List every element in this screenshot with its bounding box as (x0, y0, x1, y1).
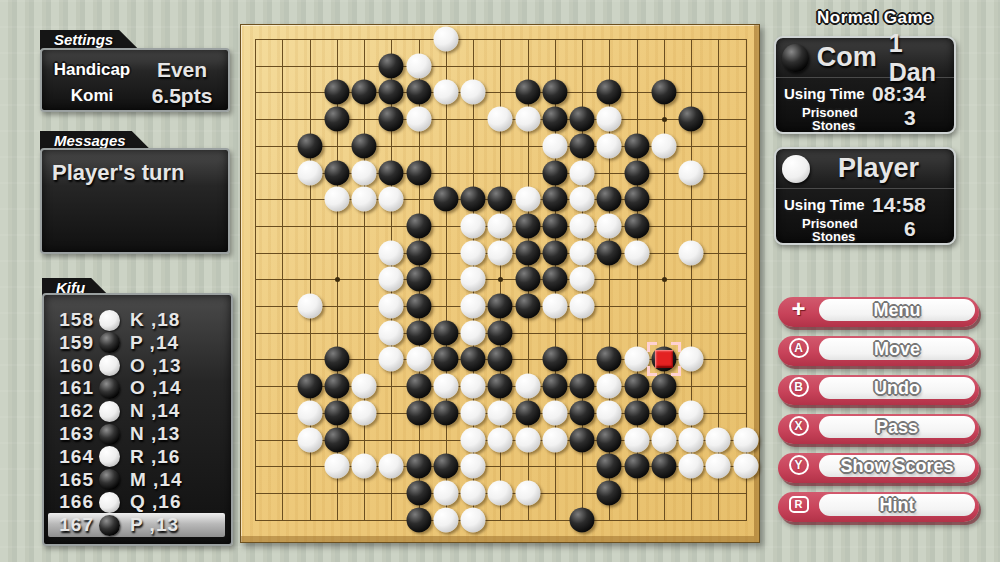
player-header: Player (776, 149, 954, 189)
black-stone: ● (488, 187, 513, 212)
white-stone: ○ (515, 374, 540, 399)
r-button-icon: R (789, 496, 809, 513)
white-stone: ○ (570, 267, 595, 292)
kifu-move-row: 163N ,13 (48, 422, 225, 446)
com-rank: 1 Dan (889, 29, 954, 87)
white-stone: ○ (379, 347, 404, 372)
white-stone: ○ (733, 427, 758, 452)
kifu-black-stone-icon (99, 332, 120, 353)
kifu-move-coord: R ,16 (130, 446, 180, 468)
black-stone: ● (461, 347, 486, 372)
kifu-black-stone-icon (99, 424, 120, 445)
black-stone: ● (515, 80, 540, 105)
black-stone: ● (406, 267, 431, 292)
kifu-move-number: 165 (48, 469, 94, 491)
black-stone: ● (379, 53, 404, 78)
white-stone: ○ (461, 213, 486, 238)
kifu-move-row: 164R ,16 (48, 445, 225, 469)
black-stone: ● (406, 507, 431, 532)
white-stone: ○ (379, 294, 404, 319)
messages-panel: Player's turn (40, 148, 230, 254)
button-label: Pass (876, 417, 918, 438)
white-stone: ○ (297, 427, 322, 452)
white-stone: ○ (488, 480, 513, 505)
star-point (662, 277, 667, 282)
white-stone: ○ (488, 427, 513, 452)
star-point (662, 117, 667, 122)
white-stone: ○ (542, 427, 567, 452)
move-button[interactable]: AMove (778, 336, 979, 366)
black-stone: ● (651, 454, 676, 479)
white-stone: ○ (733, 454, 758, 479)
a-button-icon: A (789, 338, 809, 358)
black-stone: ● (542, 80, 567, 105)
handicap-value: Even (142, 58, 222, 82)
white-stone: ○ (297, 160, 322, 185)
black-stone: ● (570, 427, 595, 452)
kifu-move-row: 159P ,14 (48, 331, 225, 355)
black-stone: ● (542, 160, 567, 185)
black-stone: ● (597, 80, 622, 105)
button-label: Undo (874, 378, 920, 399)
black-stone: ● (542, 107, 567, 132)
white-stone: ○ (352, 374, 377, 399)
white-stone: ○ (461, 374, 486, 399)
white-stone: ○ (515, 427, 540, 452)
y-button-icon: Y (789, 455, 809, 475)
black-stone: ● (542, 267, 567, 292)
white-stone: ○ (488, 107, 513, 132)
kifu-white-stone-icon (99, 355, 120, 376)
kifu-move-coord: P ,14 (130, 332, 179, 354)
white-stone: ○ (461, 240, 486, 265)
white-stone: ○ (461, 294, 486, 319)
black-stone: ● (624, 454, 649, 479)
white-stone: ○ (406, 53, 431, 78)
white-stone: ○ (679, 160, 704, 185)
black-stone: ● (515, 240, 540, 265)
white-stone: ○ (461, 400, 486, 425)
black-stone: ● (488, 294, 513, 319)
grid-line-horizontal (255, 520, 747, 521)
black-stone: ● (570, 133, 595, 158)
black-stone: ● (324, 400, 349, 425)
kifu-move-row: 161O ,14 (48, 376, 225, 400)
white-stone: ○ (461, 507, 486, 532)
kifu-black-stone-icon (99, 469, 120, 490)
white-stone: ○ (542, 400, 567, 425)
white-stone: ○ (624, 240, 649, 265)
white-stone: ○ (297, 294, 322, 319)
kifu-move-coord: Q ,16 (130, 491, 181, 513)
black-stone: ● (542, 187, 567, 212)
kifu-move-coord: O ,14 (130, 377, 181, 399)
black-stone: ● (324, 374, 349, 399)
black-stone: ● (433, 454, 458, 479)
player-name: Player (838, 153, 919, 184)
black-stone: ● (624, 374, 649, 399)
white-stone: ○ (324, 454, 349, 479)
kifu-white-stone-icon (99, 446, 120, 467)
player-white-stone-icon (782, 155, 810, 183)
kifu-white-stone-icon (99, 401, 120, 422)
kifu-move-row: 165M ,14 (48, 468, 225, 492)
black-stone: ● (488, 374, 513, 399)
white-stone: ○ (488, 213, 513, 238)
white-stone: ○ (570, 160, 595, 185)
black-stone: ● (624, 400, 649, 425)
white-stone: ○ (679, 454, 704, 479)
handicap-label: Handicap (42, 60, 142, 80)
black-stone: ● (570, 374, 595, 399)
go-board[interactable]: ○●○●●●●○○●●●●●●○○○●●○●●●○●○●○○●○●●●○●○○○… (240, 24, 760, 543)
white-stone: ○ (379, 240, 404, 265)
white-stone: ○ (515, 480, 540, 505)
black-stone: ● (651, 80, 676, 105)
black-stone: ● (324, 160, 349, 185)
white-stone: ○ (352, 454, 377, 479)
white-stone: ○ (324, 187, 349, 212)
button-label: Show Scores (840, 456, 953, 477)
black-stone: ● (406, 454, 431, 479)
kifu-move-coord: P ,13 (130, 514, 179, 536)
white-stone: ○ (542, 133, 567, 158)
white-stone: ○ (570, 213, 595, 238)
black-stone: ● (324, 80, 349, 105)
kifu-move-coord: K ,18 (130, 309, 180, 331)
kifu-move-number: 161 (48, 377, 94, 399)
kifu-move-coord: N ,13 (130, 423, 180, 445)
white-stone: ○ (461, 80, 486, 105)
black-stone: ● (352, 133, 377, 158)
white-stone: ○ (461, 480, 486, 505)
menu-button[interactable]: +Menu (778, 297, 979, 327)
com-using-time-label: Using Time (784, 86, 865, 101)
komi-value: 6.5pts (142, 84, 222, 108)
white-stone: ○ (433, 27, 458, 52)
go-game-screen: { "game": "go", "board_size": 19, "posit… (0, 0, 1000, 562)
black-stone: ● (570, 107, 595, 132)
black-stone: ● (570, 507, 595, 532)
black-stone: ● (488, 320, 513, 345)
button-label: Move (874, 339, 920, 360)
undo-button[interactable]: BUndo (778, 375, 979, 405)
black-stone: ● (324, 427, 349, 452)
black-stone: ● (624, 133, 649, 158)
white-stone: ○ (461, 454, 486, 479)
white-stone: ○ (352, 160, 377, 185)
black-stone: ● (542, 347, 567, 372)
pass-button[interactable]: XPass (778, 414, 979, 444)
white-stone: ○ (379, 187, 404, 212)
black-stone: ● (433, 320, 458, 345)
com-name: Com (817, 42, 877, 73)
com-prisoned-value: 3 (904, 106, 916, 130)
black-stone: ● (324, 347, 349, 372)
black-stone: ● (379, 160, 404, 185)
kifu-move-number: 159 (48, 332, 94, 354)
player-using-time-value: 14:58 (872, 193, 926, 217)
kifu-move-number: 158 (48, 309, 94, 331)
white-stone: ○ (352, 187, 377, 212)
black-stone: ● (597, 480, 622, 505)
kifu-white-stone-icon (99, 310, 120, 331)
black-stone: ● (624, 187, 649, 212)
kifu-move-row: 160O ,13 (48, 354, 225, 378)
kifu-move-coord: M ,14 (130, 469, 183, 491)
black-stone: ● (597, 347, 622, 372)
player-using-time-label: Using Time (784, 197, 865, 212)
black-stone: ● (570, 400, 595, 425)
black-stone: ● (515, 400, 540, 425)
white-stone: ○ (461, 427, 486, 452)
settings-tab: Settings (40, 30, 139, 50)
white-stone: ○ (706, 427, 731, 452)
black-stone: ● (597, 427, 622, 452)
black-stone: ● (542, 213, 567, 238)
black-stone: ● (433, 400, 458, 425)
black-stone: ● (406, 480, 431, 505)
black-stone: ● (515, 294, 540, 319)
x-button-icon: X (789, 416, 809, 436)
black-stone: ● (406, 294, 431, 319)
kifu-move-number: 160 (48, 355, 94, 377)
white-stone: ○ (651, 133, 676, 158)
black-stone: ● (515, 213, 540, 238)
kifu-move-row: 167P ,13 (48, 513, 225, 537)
com-info-panel: Com 1 Dan Using Time 08:34 Prisoned Ston… (774, 36, 956, 134)
white-stone: ○ (651, 427, 676, 452)
black-stone: ● (542, 374, 567, 399)
white-stone: ○ (679, 240, 704, 265)
white-stone: ○ (433, 507, 458, 532)
white-stone: ○ (679, 347, 704, 372)
com-prisoned-label-2: Stones (812, 118, 855, 133)
white-stone: ○ (570, 240, 595, 265)
white-stone: ○ (515, 107, 540, 132)
black-stone: ● (406, 213, 431, 238)
white-stone: ○ (597, 400, 622, 425)
com-using-time-value: 08:34 (872, 82, 926, 106)
kifu-move-number: 163 (48, 423, 94, 445)
white-stone: ○ (597, 213, 622, 238)
kifu-move-coord: O ,13 (130, 355, 181, 377)
kifu-move-row: 162N ,14 (48, 399, 225, 423)
plus-icon: + (791, 299, 805, 319)
white-stone: ○ (379, 320, 404, 345)
star-point (335, 277, 340, 282)
settings-panel: Handicap Even Komi 6.5pts (40, 48, 230, 112)
white-stone: ○ (706, 454, 731, 479)
black-stone: ● (433, 347, 458, 372)
black-stone: ● (406, 80, 431, 105)
white-stone: ○ (433, 374, 458, 399)
kifu-move-number: 162 (48, 400, 94, 422)
white-stone: ○ (461, 320, 486, 345)
kifu-black-stone-icon (99, 378, 120, 399)
white-stone: ○ (570, 294, 595, 319)
black-stone: ● (433, 187, 458, 212)
black-stone: ● (352, 80, 377, 105)
black-stone: ● (406, 400, 431, 425)
white-stone: ○ (515, 187, 540, 212)
white-stone: ○ (461, 267, 486, 292)
white-stone: ○ (624, 427, 649, 452)
black-stone: ● (406, 160, 431, 185)
kifu-move-number: 167 (48, 514, 94, 536)
white-stone: ○ (406, 347, 431, 372)
last-move-marker (647, 342, 681, 376)
kifu-move-coord: N ,14 (130, 400, 180, 422)
black-stone: ● (406, 320, 431, 345)
white-stone: ○ (488, 400, 513, 425)
white-stone: ○ (542, 294, 567, 319)
black-stone: ● (406, 240, 431, 265)
black-stone: ● (406, 374, 431, 399)
button-label: Hint (880, 495, 915, 516)
white-stone: ○ (624, 347, 649, 372)
player-prisoned-value: 6 (904, 217, 916, 241)
black-stone: ● (597, 454, 622, 479)
black-stone: ● (297, 133, 322, 158)
black-stone: ● (461, 187, 486, 212)
player-info-panel: Player Using Time 14:58 Prisoned Stones … (774, 147, 956, 245)
com-header: Com 1 Dan (776, 38, 954, 78)
black-stone: ● (379, 107, 404, 132)
white-stone: ○ (597, 133, 622, 158)
black-stone: ● (297, 374, 322, 399)
black-stone: ● (651, 400, 676, 425)
b-button-icon: B (789, 377, 809, 397)
white-stone: ○ (597, 107, 622, 132)
page-title: Normal Game (790, 8, 960, 28)
player-prisoned-label-2: Stones (812, 229, 855, 244)
message-text: Player's turn (52, 160, 184, 186)
kifu-panel: 158K ,18159P ,14160O ,13161O ,14162N ,14… (42, 293, 233, 546)
black-stone: ● (324, 107, 349, 132)
kifu-move-number: 166 (48, 491, 94, 513)
komi-label: Komi (42, 86, 142, 106)
white-stone: ○ (488, 240, 513, 265)
com-black-stone-icon (782, 44, 809, 72)
hint-button[interactable]: RHint (778, 492, 979, 522)
black-stone: ● (597, 187, 622, 212)
black-stone: ● (624, 160, 649, 185)
white-stone: ○ (406, 107, 431, 132)
button-label: Menu (874, 300, 921, 321)
white-stone: ○ (433, 480, 458, 505)
black-stone: ● (515, 267, 540, 292)
white-stone: ○ (297, 400, 322, 425)
black-stone: ● (624, 213, 649, 238)
white-stone: ○ (433, 80, 458, 105)
white-stone: ○ (679, 400, 704, 425)
black-stone: ● (542, 240, 567, 265)
black-stone: ● (379, 80, 404, 105)
kifu-white-stone-icon (99, 492, 120, 513)
white-stone: ○ (597, 374, 622, 399)
white-stone: ○ (679, 427, 704, 452)
kifu-black-stone-icon (99, 515, 120, 536)
black-stone: ● (679, 107, 704, 132)
kifu-move-number: 164 (48, 446, 94, 468)
kifu-move-row: 158K ,18 (48, 308, 225, 332)
white-stone: ○ (352, 400, 377, 425)
white-stone: ○ (570, 187, 595, 212)
white-stone: ○ (379, 267, 404, 292)
black-stone: ● (597, 240, 622, 265)
black-stone: ● (488, 347, 513, 372)
star-point (498, 277, 503, 282)
black-stone: ● (651, 374, 676, 399)
show-scores-button[interactable]: YShow Scores (778, 453, 979, 483)
kifu-move-row: 166Q ,16 (48, 490, 225, 514)
white-stone: ○ (379, 454, 404, 479)
